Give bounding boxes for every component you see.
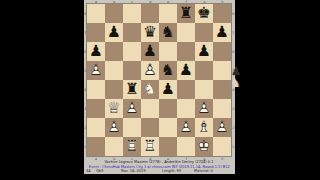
square-f7	[177, 23, 195, 42]
square-e2	[159, 118, 177, 137]
square-e7: ♞	[159, 23, 177, 42]
square-h4	[213, 80, 231, 99]
square-a5: ♟♙	[87, 61, 105, 80]
square-g4	[195, 80, 213, 99]
square-g5	[195, 61, 213, 80]
square-c8	[123, 4, 141, 23]
date-text: Nov. 14, 2019	[121, 169, 146, 173]
black-pawn-icon: ♟	[195, 42, 213, 61]
square-d2	[141, 118, 159, 137]
rank-label-7: 7	[232, 23, 235, 42]
square-e5: ♞	[159, 61, 177, 80]
square-h1	[213, 137, 231, 156]
square-g3: ♟♙	[195, 99, 213, 118]
square-f3	[177, 99, 195, 118]
white-knight-icon: ♞	[230, 77, 241, 89]
white-pawn-icon: ♙	[177, 118, 195, 137]
square-f2: ♟♙	[177, 118, 195, 137]
white-pawn-icon: ♙	[87, 61, 105, 80]
rank-label-8: 8	[232, 4, 235, 23]
video-frame: abcdefgh abcdefgh 87654321 87654321 ♜♚♟♛…	[0, 0, 320, 180]
rank-label-3: 3	[232, 99, 235, 118]
black-rook-icon: ♜	[177, 4, 195, 23]
black-pawn-icon: ♟	[159, 80, 177, 99]
square-h3	[213, 99, 231, 118]
square-h2: ♟♙	[213, 118, 231, 137]
square-a7	[87, 23, 105, 42]
square-f8: ♜	[177, 4, 195, 23]
square-c3: ♟♙	[123, 99, 141, 118]
rank-label-text: 2	[232, 126, 234, 130]
rank-label-text: 7	[232, 31, 234, 35]
square-d4: ♞♘	[141, 80, 159, 99]
rank-label-text: 8	[232, 12, 234, 16]
square-c7	[123, 23, 141, 42]
square-a4	[87, 80, 105, 99]
square-e4: ♟	[159, 80, 177, 99]
white-king-icon: ♔	[195, 137, 213, 156]
square-b7: ♟	[105, 23, 123, 42]
black-king-icon: ♚	[195, 4, 213, 23]
rank-label-6: 6	[232, 42, 235, 61]
black-knight-icon: ♞	[159, 61, 177, 80]
square-c4: ♜	[123, 80, 141, 99]
last-move: Qb3	[96, 169, 103, 173]
square-c5	[123, 61, 141, 80]
square-d5: ♟♙	[141, 61, 159, 80]
square-a6: ♟	[87, 42, 105, 61]
square-e6	[159, 42, 177, 61]
square-h6	[213, 42, 231, 61]
square-b6	[105, 42, 123, 61]
chess-board: ♜♚♟♛♞♟♟♟♟♟♙♟♙♞♟♜♞♘♟♛♕♟♙♟♙♟♙♟♙♝♗♟♙♜♖♜♖♚♔	[87, 4, 231, 156]
rank-label-1: 1	[232, 137, 235, 156]
game-meta-line: 34.Qb3Nov. 14, 2019Length: 93Material: 0	[84, 169, 235, 174]
black-knight-icon: ♞	[159, 23, 177, 42]
square-f5: ♟	[177, 61, 195, 80]
square-b4	[105, 80, 123, 99]
square-b5	[105, 61, 123, 80]
square-e3	[159, 99, 177, 118]
black-pawn-icon: ♟	[177, 61, 195, 80]
square-a1	[87, 137, 105, 156]
square-c6	[123, 42, 141, 61]
square-g1: ♚♔	[195, 137, 213, 156]
square-b8	[105, 4, 123, 23]
white-knight-icon: ♘	[141, 80, 159, 99]
white-pawn-icon: ♙	[105, 118, 123, 137]
square-a3	[87, 99, 105, 118]
white-pawn-icon: ♙	[213, 118, 231, 137]
square-g7	[195, 23, 213, 42]
square-f6	[177, 42, 195, 61]
black-rook-icon: ♜	[123, 80, 141, 99]
chess-panel: abcdefgh abcdefgh 87654321 87654321 ♜♚♟♛…	[84, 0, 235, 174]
black-pawn-icon: ♟	[105, 23, 123, 42]
square-b2: ♟♙	[105, 118, 123, 137]
move-number: 34.	[86, 169, 92, 173]
square-d3	[141, 99, 159, 118]
white-rook-icon: ♖	[141, 137, 159, 156]
black-pawn-icon: ♟	[213, 23, 231, 42]
rank-label-text: 3	[232, 107, 234, 111]
square-g8: ♚	[195, 4, 213, 23]
square-a2	[87, 118, 105, 137]
players-result-text: Vachier Lagrave Maxime (2778) - Andreiki…	[105, 160, 214, 162]
length-text: Length: 93	[162, 169, 181, 173]
square-h7: ♟	[213, 23, 231, 42]
square-d7: ♛	[141, 23, 159, 42]
white-queen-icon: ♕	[105, 99, 123, 118]
square-h5	[213, 61, 231, 80]
square-e1	[159, 137, 177, 156]
square-f4	[177, 80, 195, 99]
square-c2	[123, 118, 141, 137]
white-rook-icon: ♖	[123, 137, 141, 156]
black-pawn-icon: ♟	[141, 42, 159, 61]
square-e8	[159, 4, 177, 23]
square-b1	[105, 137, 123, 156]
white-bishop-icon: ♗	[195, 118, 213, 137]
rank-label-text: 6	[232, 50, 234, 54]
material-text: Material: 0	[194, 169, 213, 173]
black-pawn-icon: ♟	[87, 42, 105, 61]
rank-label-text: 1	[232, 145, 234, 149]
white-pawn-icon: ♙	[123, 99, 141, 118]
square-g2: ♝♗	[195, 118, 213, 137]
square-d8	[141, 4, 159, 23]
square-a8	[87, 4, 105, 23]
square-c1: ♜♖	[123, 137, 141, 156]
square-d6: ♟	[141, 42, 159, 61]
square-b3: ♛♕	[105, 99, 123, 118]
black-queen-icon: ♛	[141, 23, 159, 42]
event-text: Event : ChessHub Masters City 1 at chess…	[89, 165, 230, 167]
white-pawn-icon: ♙	[141, 61, 159, 80]
white-pawn-icon: ♙	[195, 99, 213, 118]
square-h8	[213, 4, 231, 23]
square-g6: ♟	[195, 42, 213, 61]
square-f1	[177, 137, 195, 156]
rank-label-2: 2	[232, 118, 235, 137]
square-d1: ♜♖	[141, 137, 159, 156]
